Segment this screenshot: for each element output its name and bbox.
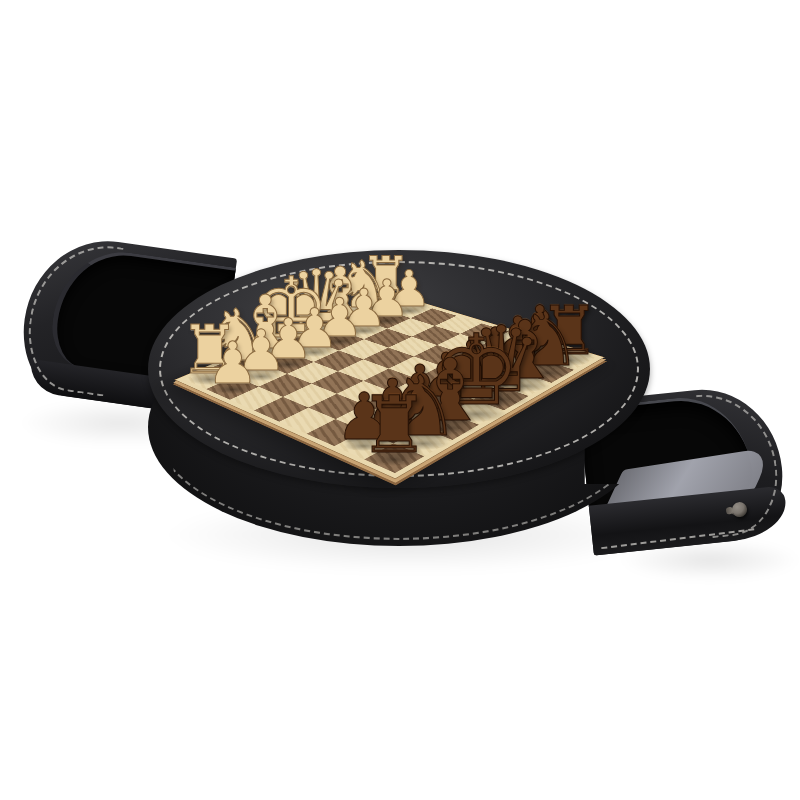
piece-white-pawn[interactable]: ♟ <box>207 335 259 393</box>
piece-black-rook[interactable]: ♜ <box>359 386 429 464</box>
scene: ♜♞♝♛♚♝♞♜♟♟♟♟♟♟♟♟♟♟♟♟♟♟♟♟♜♞♝♛♚♝♞♜ <box>0 0 800 800</box>
